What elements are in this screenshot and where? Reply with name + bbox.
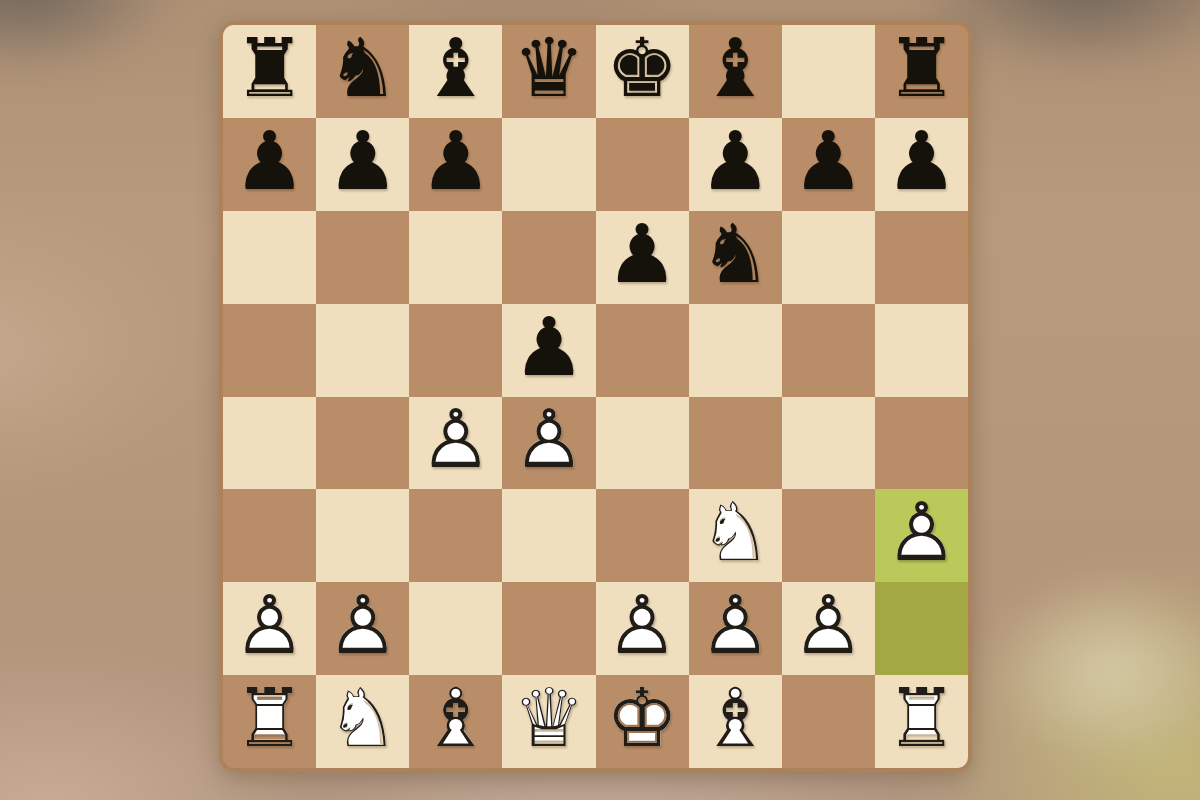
white-king[interactable]: ♚♔ [596, 675, 689, 768]
black-pawn-glyph: ♟ [689, 115, 782, 208]
white-queen[interactable]: ♛♕ [502, 675, 595, 768]
square-b1[interactable]: ♞♘ [316, 675, 409, 768]
square-c6[interactable] [409, 211, 502, 304]
square-d2[interactable] [502, 582, 595, 675]
square-d4[interactable]: ♟♙ [502, 397, 595, 490]
square-a4[interactable] [223, 397, 316, 490]
square-a3[interactable] [223, 489, 316, 582]
black-rook-glyph: ♜ [223, 25, 316, 115]
white-bishop[interactable]: ♝♗ [689, 675, 782, 768]
black-pawn-glyph: ♟ [223, 115, 316, 208]
black-pawn-glyph: ♟ [596, 208, 689, 301]
square-b6[interactable] [316, 211, 409, 304]
square-h2[interactable] [875, 582, 968, 675]
black-rook-glyph: ♜ [875, 25, 968, 115]
square-c8[interactable]: ♝ [409, 25, 502, 118]
square-f8[interactable]: ♝ [689, 25, 782, 118]
white-pawn[interactable]: ♟♙ [502, 397, 595, 490]
square-e8[interactable]: ♚ [596, 25, 689, 118]
square-h4[interactable] [875, 397, 968, 490]
black-queen[interactable]: ♛ [502, 25, 595, 118]
square-h5[interactable] [875, 304, 968, 397]
square-f7[interactable]: ♟ [689, 118, 782, 211]
square-d3[interactable] [502, 489, 595, 582]
square-c1[interactable]: ♝♗ [409, 675, 502, 768]
white-pawn[interactable]: ♟♙ [875, 489, 968, 582]
white-pawn-outline: ♙ [689, 579, 782, 672]
square-e7[interactable] [596, 118, 689, 211]
white-knight-outline: ♘ [689, 486, 782, 579]
black-pawn-glyph: ♟ [875, 115, 968, 208]
white-rook[interactable]: ♜♖ [223, 675, 316, 768]
square-b8[interactable]: ♞ [316, 25, 409, 118]
white-pawn-outline: ♙ [875, 486, 968, 579]
square-g5[interactable] [782, 304, 875, 397]
white-pawn-outline: ♙ [316, 579, 409, 672]
black-pawn[interactable]: ♟ [409, 118, 502, 211]
white-bishop-outline: ♗ [409, 672, 502, 765]
square-f1[interactable]: ♝♗ [689, 675, 782, 768]
square-d6[interactable] [502, 211, 595, 304]
square-b7[interactable]: ♟ [316, 118, 409, 211]
white-knight[interactable]: ♞♘ [316, 675, 409, 768]
square-d8[interactable]: ♛ [502, 25, 595, 118]
white-pawn-outline: ♙ [596, 579, 689, 672]
white-pawn-outline: ♙ [782, 579, 875, 672]
black-bishop-glyph: ♝ [409, 25, 502, 115]
square-a7[interactable]: ♟ [223, 118, 316, 211]
black-bishop-glyph: ♝ [689, 25, 782, 115]
white-bishop-outline: ♗ [689, 672, 782, 765]
square-h1[interactable]: ♜♖ [875, 675, 968, 768]
square-c4[interactable]: ♟♙ [409, 397, 502, 490]
black-queen-glyph: ♛ [502, 25, 595, 115]
chess-board-squares: ♜♞♝♛♚♝♜♟♟♟♟♟♟♟♞♟♟♙♟♙♞♘♟♙♟♙♟♙♟♙♟♙♟♙♜♖♞♘♝♗… [223, 25, 968, 768]
white-rook-outline: ♖ [223, 672, 316, 765]
square-e6[interactable]: ♟ [596, 211, 689, 304]
black-pawn[interactable]: ♟ [502, 304, 595, 397]
square-g1[interactable] [782, 675, 875, 768]
square-g7[interactable]: ♟ [782, 118, 875, 211]
black-bishop[interactable]: ♝ [409, 25, 502, 118]
white-knight[interactable]: ♞♘ [689, 489, 782, 582]
black-pawn[interactable]: ♟ [689, 118, 782, 211]
black-knight[interactable]: ♞ [316, 25, 409, 118]
black-pawn-glyph: ♟ [782, 115, 875, 208]
square-c2[interactable] [409, 582, 502, 675]
square-c5[interactable] [409, 304, 502, 397]
black-pawn-glyph: ♟ [409, 115, 502, 208]
square-g2[interactable]: ♟♙ [782, 582, 875, 675]
square-e2[interactable]: ♟♙ [596, 582, 689, 675]
black-knight-glyph: ♞ [316, 25, 409, 115]
square-b5[interactable] [316, 304, 409, 397]
square-f5[interactable] [689, 304, 782, 397]
white-pawn-outline: ♙ [223, 579, 316, 672]
square-d7[interactable] [502, 118, 595, 211]
white-pawn[interactable]: ♟♙ [223, 582, 316, 675]
square-a8[interactable]: ♜ [223, 25, 316, 118]
white-pawn[interactable]: ♟♙ [409, 397, 502, 490]
white-pawn[interactable]: ♟♙ [689, 582, 782, 675]
black-pawn[interactable]: ♟ [596, 211, 689, 304]
square-g3[interactable] [782, 489, 875, 582]
black-pawn[interactable]: ♟ [223, 118, 316, 211]
square-e1[interactable]: ♚♔ [596, 675, 689, 768]
white-pawn-outline: ♙ [409, 394, 502, 487]
black-king[interactable]: ♚ [596, 25, 689, 118]
white-pawn[interactable]: ♟♙ [782, 582, 875, 675]
square-e3[interactable] [596, 489, 689, 582]
square-c3[interactable] [409, 489, 502, 582]
white-rook[interactable]: ♜♖ [875, 675, 968, 768]
white-king-outline: ♔ [596, 672, 689, 765]
square-f4[interactable] [689, 397, 782, 490]
black-knight[interactable]: ♞ [689, 211, 782, 304]
black-pawn-glyph: ♟ [316, 115, 409, 208]
black-rook[interactable]: ♜ [223, 25, 316, 118]
square-f6[interactable]: ♞ [689, 211, 782, 304]
black-pawn[interactable]: ♟ [316, 118, 409, 211]
square-h3[interactable]: ♟♙ [875, 489, 968, 582]
black-pawn[interactable]: ♟ [782, 118, 875, 211]
chess-board: ♜♞♝♛♚♝♜♟♟♟♟♟♟♟♞♟♟♙♟♙♞♘♟♙♟♙♟♙♟♙♟♙♟♙♜♖♞♘♝♗… [219, 21, 972, 772]
square-h6[interactable] [875, 211, 968, 304]
black-pawn-glyph: ♟ [502, 301, 595, 394]
black-knight-glyph: ♞ [689, 208, 782, 301]
square-d1[interactable]: ♛♕ [502, 675, 595, 768]
square-a2[interactable]: ♟♙ [223, 582, 316, 675]
square-g6[interactable] [782, 211, 875, 304]
white-queen-outline: ♕ [502, 672, 595, 765]
square-b2[interactable]: ♟♙ [316, 582, 409, 675]
square-d5[interactable]: ♟ [502, 304, 595, 397]
white-bishop[interactable]: ♝♗ [409, 675, 502, 768]
square-g4[interactable] [782, 397, 875, 490]
white-rook-outline: ♖ [875, 672, 968, 765]
square-g8[interactable] [782, 25, 875, 118]
black-bishop[interactable]: ♝ [689, 25, 782, 118]
square-b3[interactable] [316, 489, 409, 582]
black-rook[interactable]: ♜ [875, 25, 968, 118]
square-h8[interactable]: ♜ [875, 25, 968, 118]
white-knight-outline: ♘ [316, 672, 409, 765]
square-a6[interactable] [223, 211, 316, 304]
black-king-glyph: ♚ [596, 25, 689, 115]
white-pawn-outline: ♙ [502, 394, 595, 487]
square-a5[interactable] [223, 304, 316, 397]
square-a1[interactable]: ♜♖ [223, 675, 316, 768]
square-f2[interactable]: ♟♙ [689, 582, 782, 675]
square-e5[interactable] [596, 304, 689, 397]
square-b4[interactable] [316, 397, 409, 490]
square-c7[interactable]: ♟ [409, 118, 502, 211]
screenshot-root: { "game": "chess", "position": { "fen": … [0, 0, 1200, 800]
white-pawn[interactable]: ♟♙ [596, 582, 689, 675]
square-h7[interactable]: ♟ [875, 118, 968, 211]
black-pawn[interactable]: ♟ [875, 118, 968, 211]
square-e4[interactable] [596, 397, 689, 490]
white-pawn[interactable]: ♟♙ [316, 582, 409, 675]
square-f3[interactable]: ♞♘ [689, 489, 782, 582]
